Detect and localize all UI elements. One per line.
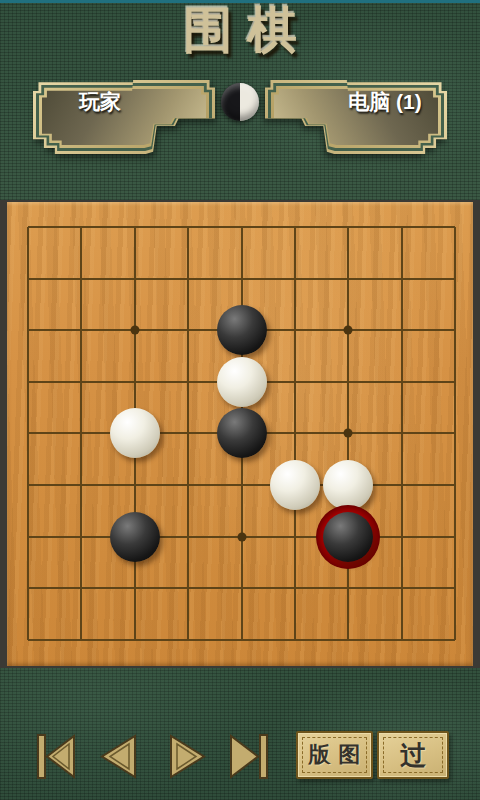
grid-line-vertical — [454, 227, 456, 640]
white-stone[interactable] — [270, 460, 320, 510]
white-stone[interactable] — [323, 460, 373, 510]
star-point — [130, 326, 139, 335]
star-point — [344, 326, 353, 335]
star-point — [237, 532, 246, 541]
nav-first-button[interactable] — [36, 733, 76, 780]
board-frame — [0, 200, 480, 668]
black-stone[interactable] — [323, 512, 373, 562]
go-app-screen: 围棋 玩家 电脑 (1) 版图 过 — [0, 0, 480, 800]
nav-next-button[interactable] — [168, 733, 208, 780]
nav-last-button[interactable] — [229, 733, 269, 780]
black-stone[interactable] — [110, 512, 160, 562]
player-name-human: 玩家 — [55, 88, 145, 116]
player-name-computer: 电脑 (1) — [330, 88, 440, 116]
nav-prev-button[interactable] — [98, 733, 138, 780]
grid-line-horizontal — [28, 484, 455, 486]
go-board[interactable] — [7, 202, 473, 666]
territory-button[interactable]: 版图 — [296, 731, 373, 779]
star-point — [344, 429, 353, 438]
territory-button-label: 版图 — [301, 740, 369, 770]
grid-line-horizontal — [28, 587, 455, 589]
turn-indicator-sphere — [221, 83, 259, 121]
black-stone[interactable] — [217, 408, 267, 458]
app-title: 围棋 — [0, 2, 480, 58]
grid-line-vertical — [294, 227, 296, 640]
pass-button-label: 过 — [400, 738, 426, 773]
grid-line-vertical — [401, 227, 403, 640]
grid-line-horizontal — [28, 639, 455, 641]
white-stone[interactable] — [110, 408, 160, 458]
black-stone[interactable] — [217, 305, 267, 355]
pass-button[interactable]: 过 — [377, 731, 449, 779]
white-stone[interactable] — [217, 357, 267, 407]
